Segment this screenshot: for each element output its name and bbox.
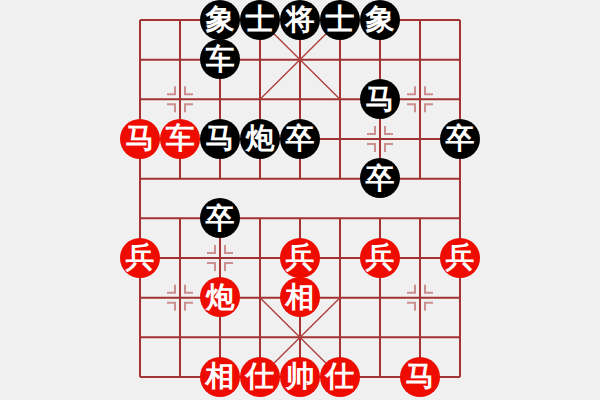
piece-red-cannon[interactable]: 炮 — [200, 277, 240, 317]
piece-red-chariot[interactable]: 车 — [160, 119, 200, 159]
piece-red-horse[interactable]: 马 — [120, 119, 160, 159]
xiangqi-board: 象士将士象车马马车马炮卒卒卒卒兵兵兵兵炮相相仕帅仕马 — [0, 0, 600, 400]
piece-black-horse[interactable]: 马 — [360, 79, 400, 119]
piece-black-pawn[interactable]: 卒 — [360, 158, 400, 198]
piece-red-advisor[interactable]: 仕 — [320, 357, 360, 397]
piece-black-advisor[interactable]: 士 — [320, 0, 360, 40]
piece-black-pawn[interactable]: 卒 — [280, 119, 320, 159]
piece-red-pawn[interactable]: 兵 — [360, 238, 400, 278]
piece-black-elephant[interactable]: 象 — [200, 0, 240, 40]
piece-black-cannon[interactable]: 炮 — [240, 119, 280, 159]
piece-black-chariot[interactable]: 车 — [200, 39, 240, 79]
piece-black-elephant[interactable]: 象 — [360, 0, 400, 40]
piece-red-advisor[interactable]: 仕 — [240, 357, 280, 397]
piece-black-advisor[interactable]: 士 — [240, 0, 280, 40]
piece-layer: 象士将士象车马马车马炮卒卒卒卒兵兵兵兵炮相相仕帅仕马 — [120, 0, 480, 397]
piece-black-king[interactable]: 将 — [280, 0, 320, 40]
piece-black-pawn[interactable]: 卒 — [200, 198, 240, 238]
piece-red-pawn[interactable]: 兵 — [120, 238, 160, 278]
piece-black-pawn[interactable]: 卒 — [440, 119, 480, 159]
piece-red-elephant[interactable]: 相 — [280, 277, 320, 317]
piece-red-elephant[interactable]: 相 — [200, 357, 240, 397]
piece-red-king[interactable]: 帅 — [280, 357, 320, 397]
piece-red-horse[interactable]: 马 — [400, 357, 440, 397]
piece-black-horse[interactable]: 马 — [200, 119, 240, 159]
piece-red-pawn[interactable]: 兵 — [280, 238, 320, 278]
piece-red-pawn[interactable]: 兵 — [440, 238, 480, 278]
